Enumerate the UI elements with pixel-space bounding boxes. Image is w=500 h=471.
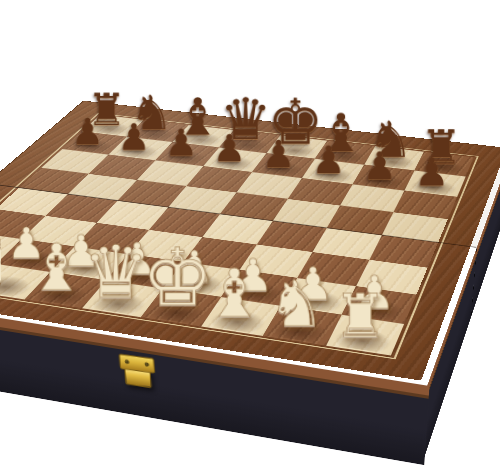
piece-black-pawn[interactable]: ♟ xyxy=(353,146,406,184)
piece-white-bishop[interactable]: ♝ xyxy=(202,260,266,327)
piece-white-knight[interactable]: ♞ xyxy=(264,272,329,336)
piece-black-pawn[interactable]: ♟ xyxy=(204,129,255,166)
piece-black-pawn[interactable]: ♟ xyxy=(63,113,113,149)
piece-black-pawn[interactable]: ♟ xyxy=(109,118,159,154)
piece-black-pawn[interactable]: ♟ xyxy=(303,140,355,178)
chess-set-photo: ♜♞♝♛♚♝♞♜♟♟♟♟♟♟♟♟♟♟♟♟♟♟♟♟♜♞♝♛♚♝♞♜ xyxy=(0,0,500,471)
chess-box: ♜♞♝♛♚♝♞♜♟♟♟♟♟♟♟♟♟♟♟♟♟♟♟♟♜♞♝♛♚♝♞♜ xyxy=(0,101,500,385)
brass-clasp-icon xyxy=(118,353,158,392)
piece-white-queen[interactable]: ♛ xyxy=(83,235,146,308)
piece-black-pawn[interactable]: ♟ xyxy=(156,124,207,161)
piece-white-bishop[interactable]: ♝ xyxy=(25,235,87,299)
piece-white-rook[interactable]: ♜ xyxy=(327,286,393,346)
piece-white-king[interactable]: ♚ xyxy=(142,238,206,318)
piece-black-pawn[interactable]: ♟ xyxy=(253,135,305,172)
piece-black-pawn[interactable]: ♟ xyxy=(405,152,458,191)
